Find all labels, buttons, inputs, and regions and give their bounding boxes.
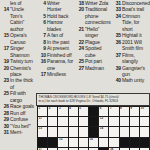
grid-cell[interactable]	[48, 117, 57, 126]
clue: 23In the thick of	[1, 77, 37, 90]
clue-number: 14	[1, 6, 9, 12]
grid-cell[interactable]: 16	[89, 138, 98, 147]
grid-cell-black	[89, 117, 98, 126]
clue: 25Fill with cargo	[1, 90, 37, 103]
grid-cell[interactable]	[79, 117, 88, 126]
clue-number: 21	[76, 26, 84, 32]
cell-number: 6	[100, 107, 102, 110]
cell-number: 17	[39, 148, 42, 150]
clue-column-2: 4Writer Hunter5Hold back6Harrow blades7A…	[38, 0, 75, 92]
cell-number: 16	[90, 138, 93, 141]
grid-cell[interactable]: 11	[38, 117, 47, 126]
clue: 6Harrow blades	[38, 19, 75, 32]
clue: 17Singer Shannon	[1, 45, 37, 58]
grid-cell-black	[89, 127, 98, 136]
cell-number: 1	[39, 107, 41, 110]
clue-number: 16	[38, 58, 46, 64]
grid-cell-black	[130, 138, 139, 147]
grid-cell[interactable]	[109, 138, 118, 147]
grid-cell[interactable]	[89, 148, 98, 150]
cell-number: 8	[120, 107, 122, 110]
grid-cell-black	[89, 107, 98, 116]
grid-cell[interactable]	[109, 127, 118, 136]
clue: 39Gangster's gun	[113, 65, 150, 78]
grid-cell-black	[140, 138, 149, 147]
clue-number: 34	[113, 13, 121, 19]
clue-number: 23	[1, 77, 9, 83]
grid-cell-black	[120, 138, 129, 147]
clue-column-4: 31Disconcerted33Boat's trail34Crimson Ti…	[113, 0, 150, 92]
grid-cell[interactable]	[140, 127, 149, 136]
grid-cell[interactable]: 17	[38, 148, 47, 150]
clue-number: 6	[38, 19, 46, 25]
grid-cell[interactable]	[130, 148, 139, 150]
clue: 40Math unity	[113, 77, 150, 83]
grid-cell[interactable]: 6	[99, 107, 108, 116]
clue-number: 25	[1, 90, 9, 96]
clue: 16Panama, for one	[38, 58, 75, 71]
cell-number: 10	[140, 107, 143, 110]
grid-cell[interactable]	[130, 127, 139, 136]
cell-number: 13	[39, 127, 42, 130]
clue: 14"Uncle Tom's Cabin" author	[1, 6, 37, 32]
grid-cell[interactable]: 9	[130, 107, 139, 116]
grid-cell[interactable]	[130, 117, 139, 126]
clue-number: 39	[113, 65, 121, 71]
cell-number: 9	[130, 107, 132, 110]
grid-cell[interactable]: 8	[120, 107, 129, 116]
grid-cell-black	[99, 148, 108, 150]
cell-number: 15	[59, 138, 62, 141]
grid-cell[interactable]	[58, 117, 67, 126]
grid-cell[interactable]	[69, 127, 78, 136]
grid-cell[interactable]	[120, 117, 129, 126]
grid-cell[interactable]: 13	[38, 127, 47, 136]
cell-number: 4	[69, 107, 71, 110]
cell-number: 7	[110, 107, 112, 110]
cell-number: 18	[110, 148, 113, 150]
clue: 24Spotted cube	[76, 45, 112, 58]
clue-number: 20	[76, 6, 84, 12]
clue: 20Chemist's place	[1, 65, 37, 78]
grid-cell[interactable]	[48, 148, 57, 150]
clue: 17Mindless	[38, 71, 75, 77]
cell-number: 5	[79, 107, 81, 110]
clue-number: 37	[113, 52, 121, 58]
cell-number: 11	[39, 117, 42, 120]
clue-number: 31	[1, 129, 9, 135]
clue-column-3: 18Writer Zola20Traditional phone connect…	[76, 0, 112, 92]
grid-cell[interactable]: 18	[109, 148, 118, 150]
grid-cell[interactable]: 2	[48, 107, 57, 116]
grid-cell[interactable]	[58, 127, 67, 136]
clue: 34Crimson Tide, for short	[113, 13, 150, 32]
grid-cell[interactable]	[120, 127, 129, 136]
cell-number: 2	[49, 107, 51, 110]
clue-column-1: les of14"Uncle Tom's Cabin" author15Oper…	[1, 0, 37, 150]
grid-cell[interactable]: 3	[58, 107, 67, 116]
clue-number: 27	[76, 65, 84, 71]
grid-cell[interactable]	[79, 138, 88, 147]
grid-cell[interactable]	[58, 148, 67, 150]
grid-cell[interactable]	[69, 138, 78, 147]
grid-cell-black	[48, 138, 57, 147]
grid-cell[interactable]: 5	[79, 107, 88, 116]
grid-cell[interactable]: 10	[140, 107, 149, 116]
clue: 4Writer Hunter	[38, 0, 75, 13]
grid-cell[interactable]: 7	[109, 107, 118, 116]
grid-cell[interactable]: 1	[38, 107, 47, 116]
clue-number: 20	[1, 65, 9, 71]
grid-cell[interactable]	[48, 127, 57, 136]
grid-cell[interactable]	[140, 148, 149, 150]
promo-banner: THOMAS CROSSWORD BOOKS 1-8! Send $4.75 (…	[36, 93, 150, 106]
clue-number: 15	[1, 32, 9, 38]
cell-number: 14	[100, 127, 103, 130]
cell-number: 12	[100, 117, 103, 120]
clue-number: 17	[1, 45, 9, 51]
grid-cell-black	[38, 138, 47, 147]
clue-number: 17	[38, 71, 46, 77]
clue: 31Merri-	[1, 129, 37, 135]
grid-cell[interactable]: 4	[69, 107, 78, 116]
clue: 37Films, slangily	[113, 52, 150, 65]
crossword-page: les of14"Uncle Tom's Cabin" author15Oper…	[0, 0, 150, 150]
clue: 15Opera's Caruso	[1, 32, 37, 45]
clue: 21"Hello" singer	[76, 26, 112, 39]
promo-banner-line2: m.o.) for each book to 628 Virginia Dr.,…	[39, 99, 148, 103]
grid-cell[interactable]	[69, 148, 78, 150]
grid-cell[interactable]	[69, 117, 78, 126]
grid-cell[interactable]	[79, 127, 88, 136]
grid-cell[interactable]: 15	[58, 138, 67, 147]
cell-number: 3	[59, 107, 61, 110]
clue-number: 40	[113, 77, 121, 83]
clue-number: 4	[38, 0, 46, 6]
grid-cell[interactable]	[99, 138, 108, 147]
clue-number: 24	[76, 45, 84, 51]
grid-cell[interactable]	[109, 117, 118, 126]
clue-number: 36	[113, 39, 121, 45]
clue: 362001 Will Smith film	[113, 39, 150, 52]
crossword-grid: 123456789101112131415161718	[37, 106, 150, 150]
grid-cell[interactable]: 14	[99, 127, 108, 136]
grid-cell[interactable]: 12	[99, 117, 108, 126]
clue: 20Traditional phone connections	[76, 6, 112, 25]
grid-cell[interactable]	[140, 117, 149, 126]
grid-cell[interactable]	[120, 148, 129, 150]
grid-cell[interactable]	[79, 148, 88, 150]
clue: 27Madman	[76, 65, 112, 71]
